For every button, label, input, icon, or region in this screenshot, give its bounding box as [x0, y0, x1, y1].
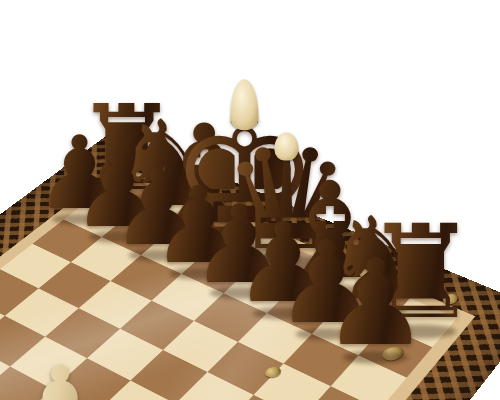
chess-set-photo: ♜♞♝♚♛♝♞♜♟♟♟♟♟♟♟♟♟	[0, 0, 500, 400]
pawn-glyph: ♟	[322, 245, 429, 364]
pieces-layer: ♜♞♝♚♛♝♞♜♟♟♟♟♟♟♟♟♟	[0, 0, 500, 400]
pawn-glyph: ♟	[9, 352, 111, 400]
piece-light-pawn-offboard-lower-left[interactable]: ♟	[9, 352, 111, 400]
piece-dark-pawn-a7[interactable]: ♟	[322, 245, 429, 364]
